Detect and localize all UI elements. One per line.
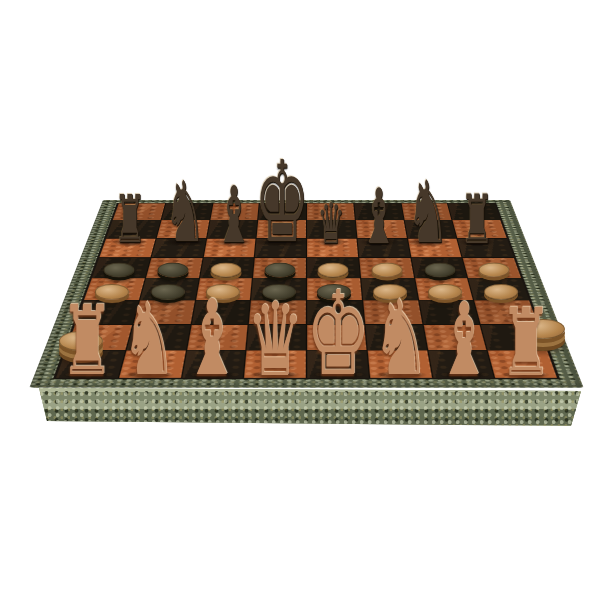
- stone-chess-set-photo: ♜♞♝♚♛♝♞♜♜♞♝♛♚♞♝♜: [0, 0, 600, 600]
- square-d1: [244, 350, 305, 377]
- square-e5: [307, 258, 360, 278]
- square-h2: [481, 324, 547, 349]
- square-c7: [207, 220, 258, 238]
- square-a5: [92, 258, 150, 278]
- square-g5: [411, 258, 467, 278]
- square-b3: [133, 301, 194, 324]
- square-f3: [363, 301, 422, 324]
- square-d8: [258, 203, 306, 220]
- square-f8: [354, 203, 403, 220]
- square-g2: [423, 324, 487, 349]
- square-c1: [182, 350, 246, 377]
- square-d4: [251, 278, 306, 300]
- square-b2: [126, 324, 190, 349]
- square-b8: [161, 203, 212, 220]
- square-e3: [307, 301, 364, 324]
- square-d3: [249, 301, 306, 324]
- square-a4: [84, 278, 144, 300]
- square-a7: [106, 220, 160, 238]
- square-h3: [475, 301, 538, 324]
- chessboard-grid: [53, 203, 560, 379]
- square-a8: [113, 203, 165, 220]
- square-f2: [365, 324, 426, 349]
- square-b7: [157, 220, 209, 238]
- square-h6: [458, 238, 514, 257]
- square-b1: [119, 350, 185, 377]
- square-c2: [187, 324, 248, 349]
- square-a6: [99, 238, 155, 257]
- square-h5: [463, 258, 521, 278]
- square-c3: [191, 301, 250, 324]
- square-b6: [151, 238, 205, 257]
- square-d5: [253, 258, 306, 278]
- square-a2: [66, 324, 132, 349]
- square-e7: [307, 220, 356, 238]
- square-g7: [404, 220, 456, 238]
- square-c6: [203, 238, 256, 257]
- square-g4: [415, 278, 474, 300]
- square-b5: [146, 258, 202, 278]
- square-c4: [196, 278, 253, 300]
- board-frame: [29, 200, 583, 388]
- square-g6: [407, 238, 461, 257]
- square-f5: [359, 258, 413, 278]
- square-d7: [257, 220, 306, 238]
- square-c8: [210, 203, 259, 220]
- square-f7: [356, 220, 407, 238]
- square-e6: [307, 238, 358, 257]
- square-g1: [428, 350, 494, 377]
- square-e8: [307, 203, 355, 220]
- square-a1: [56, 350, 125, 377]
- square-h7: [453, 220, 507, 238]
- square-e1: [307, 350, 368, 377]
- square-c5: [200, 258, 254, 278]
- square-h1: [488, 350, 557, 377]
- square-f1: [367, 350, 431, 377]
- square-g3: [419, 301, 480, 324]
- square-b4: [140, 278, 199, 300]
- square-f6: [357, 238, 410, 257]
- square-e4: [307, 278, 362, 300]
- square-e2: [307, 324, 366, 349]
- square-h4: [469, 278, 529, 300]
- square-a3: [75, 301, 138, 324]
- square-h8: [448, 203, 500, 220]
- square-d2: [247, 324, 306, 349]
- square-d6: [255, 238, 306, 257]
- square-g8: [401, 203, 452, 220]
- square-f4: [361, 278, 418, 300]
